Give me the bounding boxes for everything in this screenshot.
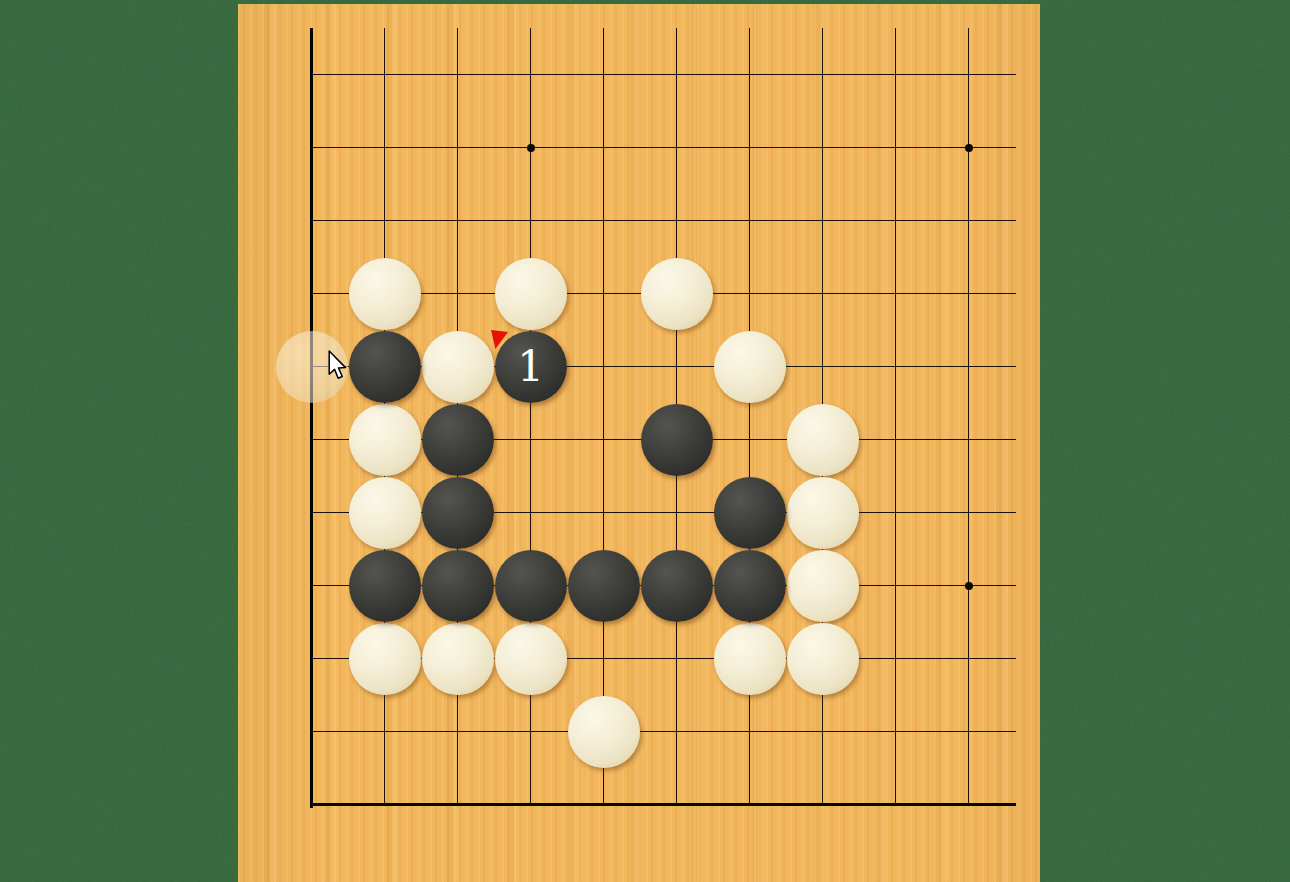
white-stone-B8 xyxy=(349,258,421,330)
black-stone-F6 xyxy=(641,404,713,476)
white-stone-D8 xyxy=(495,258,567,330)
black-stone-C5 xyxy=(422,477,494,549)
white-stone-H4 xyxy=(787,550,859,622)
black-stone-E4 xyxy=(568,550,640,622)
stone-layer: 1 xyxy=(238,4,1040,882)
black-stone-B7 xyxy=(349,331,421,403)
white-stone-E2 xyxy=(568,696,640,768)
white-stone-D3 xyxy=(495,623,567,695)
black-stone-D4 xyxy=(495,550,567,622)
go-board[interactable]: 1 xyxy=(238,4,1040,882)
screenshot-root: 1 xyxy=(0,0,1290,882)
black-stone-C4 xyxy=(422,550,494,622)
white-stone-H6 xyxy=(787,404,859,476)
white-stone-B5 xyxy=(349,477,421,549)
white-stone-F8 xyxy=(641,258,713,330)
white-stone-C7 xyxy=(422,331,494,403)
white-stone-G7 xyxy=(714,331,786,403)
move-number-label: 1 xyxy=(495,331,567,403)
black-stone-F4 xyxy=(641,550,713,622)
white-stone-C3 xyxy=(422,623,494,695)
black-stone-G4 xyxy=(714,550,786,622)
black-stone-G5 xyxy=(714,477,786,549)
white-stone-B6 xyxy=(349,404,421,476)
white-stone-G3 xyxy=(714,623,786,695)
black-stone-B4 xyxy=(349,550,421,622)
cursor-arrow-icon xyxy=(329,351,345,378)
white-stone-H3 xyxy=(787,623,859,695)
black-stone-C6 xyxy=(422,404,494,476)
white-stone-H5 xyxy=(787,477,859,549)
mouse-cursor xyxy=(328,350,348,381)
white-stone-B3 xyxy=(349,623,421,695)
